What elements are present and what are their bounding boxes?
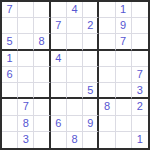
cell-r3c7[interactable] [99, 34, 115, 50]
cell-r2c4[interactable]: 7 [51, 18, 67, 34]
cell-r2c1[interactable] [2, 18, 18, 34]
cell-r2c9[interactable] [132, 18, 148, 34]
cell-r5c8[interactable] [116, 67, 132, 83]
cell-r9c3[interactable] [34, 132, 50, 148]
cell-r8c3[interactable] [34, 116, 50, 132]
cell-r4c8[interactable] [116, 51, 132, 67]
cell-r1c4[interactable] [51, 2, 67, 18]
cell-r6c1[interactable] [2, 83, 18, 99]
cell-r8c6[interactable]: 9 [83, 116, 99, 132]
cell-r1c5[interactable]: 4 [67, 2, 83, 18]
cell-r4c7[interactable] [99, 51, 115, 67]
cell-r1c1[interactable]: 7 [2, 2, 18, 18]
cell-r7c3[interactable] [34, 99, 50, 115]
cell-r7c1[interactable] [2, 99, 18, 115]
cell-r3c1[interactable]: 5 [2, 34, 18, 50]
cell-r6c2[interactable] [18, 83, 34, 99]
cell-r8c8[interactable] [116, 116, 132, 132]
cell-r4c3[interactable] [34, 51, 50, 67]
cell-r6c7[interactable] [99, 83, 115, 99]
cell-r5c7[interactable] [99, 67, 115, 83]
cell-r8c7[interactable] [99, 116, 115, 132]
cell-r1c3[interactable] [34, 2, 50, 18]
cell-r9c2[interactable]: 3 [18, 132, 34, 148]
cell-r7c8[interactable] [116, 99, 132, 115]
cell-r2c7[interactable] [99, 18, 115, 34]
cell-r9c5[interactable]: 8 [67, 132, 83, 148]
cell-r3c2[interactable] [18, 34, 34, 50]
cell-r5c6[interactable] [83, 67, 99, 83]
cell-r3c5[interactable] [67, 34, 83, 50]
cell-r5c1[interactable]: 6 [2, 67, 18, 83]
cell-r1c7[interactable] [99, 2, 115, 18]
sudoku-board: 741729587146753782869381 [0, 0, 150, 150]
cell-r4c5[interactable] [67, 51, 83, 67]
cell-r8c1[interactable] [2, 116, 18, 132]
cell-r4c9[interactable] [132, 51, 148, 67]
cell-r1c8[interactable]: 1 [116, 2, 132, 18]
cell-r3c6[interactable] [83, 34, 99, 50]
cell-r9c4[interactable] [51, 132, 67, 148]
cell-r7c2[interactable]: 7 [18, 99, 34, 115]
cell-r6c3[interactable] [34, 83, 50, 99]
cell-r7c6[interactable] [83, 99, 99, 115]
cell-r2c3[interactable] [34, 18, 50, 34]
cell-r9c9[interactable]: 1 [132, 132, 148, 148]
cell-r4c4[interactable]: 4 [51, 51, 67, 67]
cell-r8c5[interactable] [67, 116, 83, 132]
cell-r2c6[interactable]: 2 [83, 18, 99, 34]
cell-r5c2[interactable] [18, 67, 34, 83]
cell-r5c5[interactable] [67, 67, 83, 83]
cell-r4c1[interactable]: 1 [2, 51, 18, 67]
cell-r9c7[interactable] [99, 132, 115, 148]
cell-r7c9[interactable]: 2 [132, 99, 148, 115]
cell-r9c8[interactable] [116, 132, 132, 148]
cell-r9c1[interactable] [2, 132, 18, 148]
cell-r1c6[interactable] [83, 2, 99, 18]
cell-r6c4[interactable] [51, 83, 67, 99]
cell-r3c8[interactable]: 7 [116, 34, 132, 50]
cell-r1c9[interactable] [132, 2, 148, 18]
cell-r4c6[interactable] [83, 51, 99, 67]
cell-r6c8[interactable] [116, 83, 132, 99]
cell-r5c3[interactable] [34, 67, 50, 83]
cell-r5c4[interactable] [51, 67, 67, 83]
cell-r9c6[interactable] [83, 132, 99, 148]
cell-r2c5[interactable] [67, 18, 83, 34]
cell-r6c6[interactable]: 5 [83, 83, 99, 99]
cell-r2c8[interactable]: 9 [116, 18, 132, 34]
cell-r6c5[interactable] [67, 83, 83, 99]
cell-r1c2[interactable] [18, 2, 34, 18]
cell-r4c2[interactable] [18, 51, 34, 67]
cell-r3c4[interactable] [51, 34, 67, 50]
cell-r3c9[interactable] [132, 34, 148, 50]
cell-r8c2[interactable]: 8 [18, 116, 34, 132]
cell-r8c9[interactable] [132, 116, 148, 132]
cell-r6c9[interactable]: 3 [132, 83, 148, 99]
cell-r3c3[interactable]: 8 [34, 34, 50, 50]
cell-r7c4[interactable] [51, 99, 67, 115]
cell-r7c7[interactable]: 8 [99, 99, 115, 115]
cell-r7c5[interactable] [67, 99, 83, 115]
cell-r8c4[interactable]: 6 [51, 116, 67, 132]
cell-r2c2[interactable] [18, 18, 34, 34]
cell-r5c9[interactable]: 7 [132, 67, 148, 83]
